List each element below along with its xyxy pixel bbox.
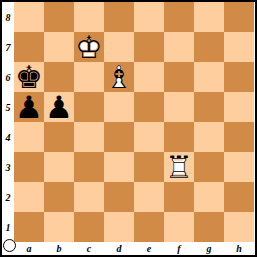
square-b7[interactable] (44, 32, 74, 62)
square-b5[interactable]: ♟ (44, 92, 74, 122)
square-c6[interactable] (74, 62, 104, 92)
square-f1[interactable] (164, 212, 194, 242)
square-c2[interactable] (74, 182, 104, 212)
square-f6[interactable] (164, 62, 194, 92)
piece-glyph: ♟ (15, 92, 43, 122)
square-g2[interactable] (194, 182, 224, 212)
rank-label-3: 3 (2, 152, 14, 182)
square-h5[interactable] (224, 92, 254, 122)
square-e8[interactable] (134, 2, 164, 32)
square-g6[interactable] (194, 62, 224, 92)
square-g4[interactable] (194, 122, 224, 152)
square-c8[interactable] (74, 2, 104, 32)
square-e7[interactable] (134, 32, 164, 62)
rank-label-1: 1 (2, 212, 14, 242)
square-d8[interactable] (104, 2, 134, 32)
rank-labels: 87654321 (2, 2, 14, 242)
file-label-g: g (194, 242, 224, 255)
square-a7[interactable] (14, 32, 44, 62)
rank-label-4: 4 (2, 122, 14, 152)
square-f5[interactable] (164, 92, 194, 122)
square-c1[interactable] (74, 212, 104, 242)
square-e4[interactable] (134, 122, 164, 152)
square-a3[interactable] (14, 152, 44, 182)
square-g3[interactable] (194, 152, 224, 182)
square-b4[interactable] (44, 122, 74, 152)
file-label-d: d (104, 242, 134, 255)
chess-board: ♚♔♚♝♗♟♟♜♖ (14, 2, 254, 242)
square-h1[interactable] (224, 212, 254, 242)
square-b1[interactable] (44, 212, 74, 242)
square-b3[interactable] (44, 152, 74, 182)
square-f3[interactable]: ♜♖ (164, 152, 194, 182)
file-label-h: h (224, 242, 254, 255)
square-f2[interactable] (164, 182, 194, 212)
white-to-move-indicator (3, 239, 16, 252)
file-label-e: e (134, 242, 164, 255)
piece-outline: ♖ (165, 152, 193, 182)
black-king-a6[interactable]: ♚ (15, 62, 43, 92)
square-g5[interactable] (194, 92, 224, 122)
rank-label-6: 6 (2, 62, 14, 92)
square-h7[interactable] (224, 32, 254, 62)
square-f8[interactable] (164, 2, 194, 32)
white-king-c7[interactable]: ♚♔ (75, 32, 103, 62)
piece-outline: ♔ (75, 32, 103, 62)
square-f4[interactable] (164, 122, 194, 152)
square-d3[interactable] (104, 152, 134, 182)
chess-diagram: ♚♔♚♝♗♟♟♜♖ 87654321 abcdefgh (0, 0, 257, 257)
rank-label-5: 5 (2, 92, 14, 122)
square-a6[interactable]: ♚ (14, 62, 44, 92)
file-label-b: b (44, 242, 74, 255)
square-a1[interactable] (14, 212, 44, 242)
square-b6[interactable] (44, 62, 74, 92)
rank-label-7: 7 (2, 32, 14, 62)
piece-glyph: ♚ (15, 62, 43, 92)
square-b2[interactable] (44, 182, 74, 212)
square-d1[interactable] (104, 212, 134, 242)
square-a4[interactable] (14, 122, 44, 152)
square-d6[interactable]: ♝♗ (104, 62, 134, 92)
rank-label-8: 8 (2, 2, 14, 32)
square-h2[interactable] (224, 182, 254, 212)
piece-glyph: ♟ (45, 92, 73, 122)
file-label-c: c (74, 242, 104, 255)
rank-label-2: 2 (2, 182, 14, 212)
square-e5[interactable] (134, 92, 164, 122)
square-e3[interactable] (134, 152, 164, 182)
piece-outline: ♗ (105, 62, 133, 92)
square-g8[interactable] (194, 2, 224, 32)
white-bishop-d6[interactable]: ♝♗ (105, 62, 133, 92)
square-c4[interactable] (74, 122, 104, 152)
square-d2[interactable] (104, 182, 134, 212)
square-h3[interactable] (224, 152, 254, 182)
file-label-a: a (14, 242, 44, 255)
square-h8[interactable] (224, 2, 254, 32)
file-labels: abcdefgh (14, 242, 254, 255)
square-e6[interactable] (134, 62, 164, 92)
white-rook-f3[interactable]: ♜♖ (165, 152, 193, 182)
square-c7[interactable]: ♚♔ (74, 32, 104, 62)
square-c3[interactable] (74, 152, 104, 182)
square-a2[interactable] (14, 182, 44, 212)
square-g7[interactable] (194, 32, 224, 62)
square-h4[interactable] (224, 122, 254, 152)
square-c5[interactable] (74, 92, 104, 122)
square-a8[interactable] (14, 2, 44, 32)
square-f7[interactable] (164, 32, 194, 62)
file-label-f: f (164, 242, 194, 255)
square-b8[interactable] (44, 2, 74, 32)
square-a5[interactable]: ♟ (14, 92, 44, 122)
square-e2[interactable] (134, 182, 164, 212)
black-pawn-b5[interactable]: ♟ (45, 92, 73, 122)
square-g1[interactable] (194, 212, 224, 242)
black-pawn-a5[interactable]: ♟ (15, 92, 43, 122)
square-d5[interactable] (104, 92, 134, 122)
square-h6[interactable] (224, 62, 254, 92)
square-e1[interactable] (134, 212, 164, 242)
square-d7[interactable] (104, 32, 134, 62)
square-d4[interactable] (104, 122, 134, 152)
